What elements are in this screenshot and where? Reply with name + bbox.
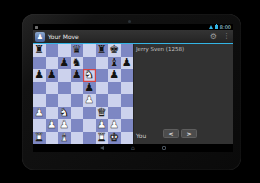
wifi-icon <box>209 25 213 29</box>
piece-white-rook: ♜ <box>96 132 109 145</box>
battery-icon <box>215 25 218 29</box>
chess-board[interactable]: ♜♛♜♚♟♞♝♟♟♟♟♞♟♟♟♟♞♛♟♟♟♟♜♝♜♚ <box>33 44 133 144</box>
square-c4[interactable] <box>58 94 71 107</box>
square-b8[interactable] <box>46 44 59 57</box>
piece-white-pawn: ♟ <box>108 119 121 132</box>
app-title: Your Move <box>48 33 79 40</box>
square-h3[interactable] <box>121 107 134 120</box>
square-f4[interactable] <box>96 94 109 107</box>
settings-gear-icon[interactable]: ⚙ <box>210 30 217 43</box>
square-f5[interactable] <box>96 82 109 95</box>
overflow-menu-icon[interactable]: ⋮ <box>223 30 230 43</box>
android-nav-bar: ⌂ <box>33 144 233 152</box>
screen: 8:00 ♟ Your Move ⚙ ⋮ ♜♛♜♚♟♞♝♟♟♟♟♞♟♟♟♟♞♛♟… <box>33 24 233 152</box>
square-b4[interactable] <box>46 94 59 107</box>
square-c7[interactable]: ♟ <box>58 57 71 70</box>
recents-button-icon[interactable] <box>162 146 166 150</box>
square-g2[interactable]: ♟ <box>108 119 121 132</box>
piece-black-rook: ♜ <box>33 44 46 57</box>
notification-icon <box>35 26 38 29</box>
player-name: You <box>136 132 146 139</box>
square-h2[interactable] <box>121 119 134 132</box>
square-e6[interactable]: ♞ <box>83 69 96 82</box>
square-d1[interactable] <box>71 132 84 145</box>
app-icon[interactable]: ♟ <box>35 32 45 42</box>
piece-black-pawn: ♟ <box>71 69 84 82</box>
square-d6[interactable]: ♟ <box>71 69 84 82</box>
square-c1[interactable]: ♝ <box>58 132 71 145</box>
square-h4[interactable] <box>121 94 134 107</box>
square-a2[interactable] <box>33 119 46 132</box>
opponent-name: Jerry Sven (1258) <box>136 46 184 52</box>
square-h7[interactable]: ♟ <box>121 57 134 70</box>
square-f2[interactable]: ♟ <box>96 119 109 132</box>
piece-black-pawn: ♟ <box>58 57 71 70</box>
square-g8[interactable]: ♚ <box>108 44 121 57</box>
prev-move-button[interactable]: < <box>163 129 179 138</box>
back-button-icon[interactable] <box>100 146 104 150</box>
square-g1[interactable]: ♚ <box>108 132 121 145</box>
action-bar: ♟ Your Move ⚙ ⋮ <box>33 30 233 44</box>
main-content: ♜♛♜♚♟♞♝♟♟♟♟♞♟♟♟♟♞♛♟♟♟♟♜♝♜♚ Jerry Sven (1… <box>33 44 233 144</box>
square-d2[interactable] <box>71 119 84 132</box>
piece-black-king: ♚ <box>108 44 121 57</box>
square-g5[interactable] <box>108 82 121 95</box>
square-b5[interactable] <box>46 82 59 95</box>
square-a4[interactable] <box>33 94 46 107</box>
square-h5[interactable] <box>121 82 134 95</box>
square-b2[interactable]: ♟ <box>46 119 59 132</box>
piece-black-pawn: ♟ <box>121 57 134 70</box>
square-f1[interactable]: ♜ <box>96 132 109 145</box>
game-info-panel: Jerry Sven (1258) You < > <box>133 44 233 144</box>
square-e1[interactable] <box>83 132 96 145</box>
square-f7[interactable] <box>96 57 109 70</box>
square-a1[interactable]: ♜ <box>33 132 46 145</box>
piece-white-knight: ♞ <box>83 69 96 82</box>
square-b1[interactable] <box>46 132 59 145</box>
front-camera-icon <box>128 20 131 23</box>
next-move-button[interactable]: > <box>181 129 197 138</box>
piece-black-pawn: ♟ <box>46 69 59 82</box>
piece-white-pawn: ♟ <box>96 119 109 132</box>
square-h8[interactable] <box>121 44 134 57</box>
piece-black-pawn: ♟ <box>108 69 121 82</box>
square-f6[interactable] <box>96 69 109 82</box>
home-button-icon[interactable]: ⌂ <box>131 144 135 152</box>
app-pawn-icon: ♟ <box>37 32 43 42</box>
square-d3[interactable] <box>71 107 84 120</box>
square-b6[interactable]: ♟ <box>46 69 59 82</box>
piece-white-king: ♚ <box>108 132 121 145</box>
piece-white-pawn: ♟ <box>46 119 59 132</box>
square-e8[interactable] <box>83 44 96 57</box>
square-c5[interactable] <box>58 82 71 95</box>
tablet-device: 8:00 ♟ Your Move ⚙ ⋮ ♜♛♜♚♟♞♝♟♟♟♟♞♟♟♟♟♞♛♟… <box>22 14 241 170</box>
square-a5[interactable] <box>33 82 46 95</box>
square-d4[interactable] <box>71 94 84 107</box>
square-g6[interactable]: ♟ <box>108 69 121 82</box>
square-c2[interactable]: ♟ <box>58 119 71 132</box>
square-a6[interactable]: ♟ <box>33 69 46 82</box>
square-d5[interactable] <box>71 82 84 95</box>
square-f8[interactable]: ♜ <box>96 44 109 57</box>
square-e3[interactable] <box>83 107 96 120</box>
square-e2[interactable] <box>83 119 96 132</box>
square-d8[interactable]: ♛ <box>71 44 84 57</box>
square-h6[interactable] <box>121 69 134 82</box>
photo-background: 8:00 ♟ Your Move ⚙ ⋮ ♜♛♜♚♟♞♝♟♟♟♟♞♟♟♟♟♞♛♟… <box>0 0 260 183</box>
piece-white-pawn: ♟ <box>58 119 71 132</box>
square-c6[interactable] <box>58 69 71 82</box>
square-h1[interactable] <box>121 132 134 145</box>
piece-black-rook: ♜ <box>96 44 109 57</box>
square-g4[interactable] <box>108 94 121 107</box>
piece-white-bishop: ♝ <box>58 132 71 145</box>
square-a8[interactable]: ♜ <box>33 44 46 57</box>
square-e4[interactable]: ♟ <box>83 94 96 107</box>
square-c8[interactable] <box>58 44 71 57</box>
piece-white-pawn: ♟ <box>33 107 46 120</box>
piece-black-queen: ♛ <box>71 44 84 57</box>
piece-black-pawn: ♟ <box>33 69 46 82</box>
piece-white-rook: ♜ <box>33 132 46 145</box>
piece-white-pawn: ♟ <box>83 94 96 107</box>
square-a3[interactable]: ♟ <box>33 107 46 120</box>
